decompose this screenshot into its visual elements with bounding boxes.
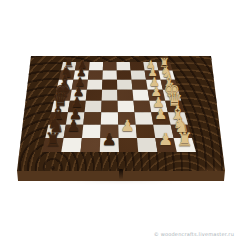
piece-black-pawn-c7: ♟ bbox=[69, 108, 82, 123]
piece-white-queen-d1: ♛ bbox=[166, 92, 183, 111]
product-photo: ♜♟♟♜♞♟♟♞♝♟♟♝♚♟♟♚♛♟♟♛♝♟♟♝♞♟♟♞♜♟♟♜ © woode… bbox=[0, 0, 240, 240]
piece-white-bishop-c1: ♝ bbox=[169, 104, 186, 123]
piece-black-pawn-e7: ♟ bbox=[73, 86, 84, 99]
chess-pieces-layer: ♜♟♟♜♞♟♟♞♝♟♟♝♚♟♟♚♛♟♟♛♝♟♟♝♞♟♟♞♜♟♟♜ bbox=[0, 0, 240, 240]
piece-white-pawn-a2: ♟ bbox=[158, 132, 173, 149]
piece-white-pawn-d2: ♟ bbox=[152, 96, 164, 110]
piece-black-pawn-d7: ♟ bbox=[71, 96, 83, 110]
piece-black-pawn-f7: ♟ bbox=[75, 76, 86, 88]
piece-black-rook-a8: ♜ bbox=[45, 130, 62, 149]
piece-white-rook-h1: ♜ bbox=[159, 58, 170, 70]
piece-white-pawn-b4: ♟ bbox=[120, 120, 134, 136]
piece-black-king-e8: ♚ bbox=[55, 81, 71, 99]
piece-white-pawn-h2: ♟ bbox=[146, 59, 155, 70]
piece-black-pawn-b7: ♟ bbox=[67, 120, 81, 136]
piece-black-knight-b8: ♞ bbox=[47, 116, 64, 136]
piece-white-knight-g1: ♞ bbox=[160, 65, 173, 79]
piece-white-pawn-f2: ♟ bbox=[149, 76, 160, 88]
piece-white-pawn-g2: ♟ bbox=[147, 67, 157, 78]
board-hinge-clasp bbox=[119, 169, 123, 179]
piece-white-pawn-c2: ♟ bbox=[154, 108, 167, 123]
piece-black-knight-g8: ♞ bbox=[61, 65, 74, 79]
piece-white-knight-b1: ♞ bbox=[172, 116, 189, 136]
piece-black-bishop-c8: ♝ bbox=[50, 104, 67, 123]
piece-black-rook-h8: ♜ bbox=[64, 58, 75, 70]
piece-white-bishop-f1: ♝ bbox=[162, 73, 176, 88]
watermark-text: © woodencrafts.livemaster.ru bbox=[154, 231, 234, 237]
piece-black-pawn-h7: ♟ bbox=[78, 59, 87, 70]
piece-white-king-e1: ♚ bbox=[164, 81, 180, 99]
piece-white-rook-a1: ♜ bbox=[176, 130, 193, 149]
piece-black-queen-d8: ♛ bbox=[52, 92, 69, 111]
piece-white-pawn-e2: ♟ bbox=[151, 86, 162, 99]
piece-black-pawn-a5: ♟ bbox=[102, 132, 117, 149]
piece-black-pawn-g7: ♟ bbox=[76, 67, 86, 78]
piece-black-bishop-f8: ♝ bbox=[58, 73, 72, 88]
